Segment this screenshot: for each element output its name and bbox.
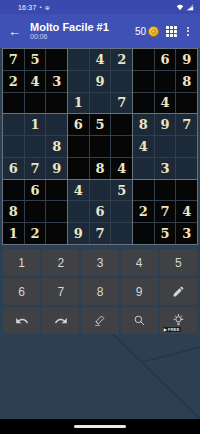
cell-r1c4[interactable] (68, 49, 89, 70)
cell-r9c1[interactable]: 1 (3, 223, 24, 244)
cell-r9c9[interactable]: 3 (176, 223, 197, 244)
cell-r6c3[interactable]: 9 (46, 158, 67, 179)
cell-r6c2[interactable]: 7 (25, 158, 46, 179)
cell-r4c2[interactable]: 1 (25, 114, 46, 135)
key-8[interactable]: 8 (81, 278, 118, 305)
cell-r1c2[interactable]: 5 (25, 49, 46, 70)
block-2-2: 6584 (68, 114, 132, 178)
pencil-button[interactable] (160, 278, 197, 305)
cell-r8c7[interactable]: 2 (133, 201, 154, 222)
cell-r2c3[interactable]: 3 (46, 71, 67, 92)
block-1-1: 75243 (3, 49, 67, 113)
redo-button[interactable] (42, 307, 79, 334)
cell-r4c7[interactable]: 8 (133, 114, 154, 135)
background-pattern (0, 334, 200, 419)
cell-r6c5[interactable]: 8 (90, 158, 111, 179)
cell-r9c8[interactable]: 5 (155, 223, 176, 244)
cell-r3c8[interactable]: 4 (155, 93, 176, 114)
cell-r5c7[interactable]: 4 (133, 136, 154, 157)
cell-r3c2[interactable] (25, 93, 46, 114)
cell-r5c8[interactable] (155, 136, 176, 157)
cell-r3c3[interactable] (46, 93, 67, 114)
cell-r3c4[interactable]: 1 (68, 93, 89, 114)
cell-r2c8[interactable] (155, 71, 176, 92)
sudoku-board: 7524342917698418679658489743681245697274… (2, 48, 198, 245)
cell-r1c8[interactable]: 6 (155, 49, 176, 70)
cell-r7c7[interactable] (133, 180, 154, 201)
key-3[interactable]: 3 (81, 249, 118, 276)
cell-r4c5[interactable]: 5 (90, 114, 111, 135)
cell-r8c1[interactable]: 8 (3, 201, 24, 222)
signal-icon (186, 4, 194, 11)
cell-r7c3[interactable] (46, 180, 67, 201)
block-2-1: 18679 (3, 114, 67, 178)
cell-r8c6[interactable] (111, 201, 132, 222)
cell-r7c9[interactable] (176, 180, 197, 201)
cell-r2c2[interactable]: 4 (25, 71, 46, 92)
undo-button[interactable] (3, 307, 40, 334)
cell-r2c1[interactable]: 2 (3, 71, 24, 92)
cell-r5c9[interactable] (176, 136, 197, 157)
cell-r2c4[interactable] (68, 71, 89, 92)
coin-icon (148, 26, 159, 37)
cell-r4c6[interactable] (111, 114, 132, 135)
page-title: Molto Facile #1 (30, 21, 109, 33)
cell-r7c8[interactable] (155, 180, 176, 201)
undo-icon (15, 314, 29, 328)
key-2[interactable]: 2 (42, 249, 79, 276)
hint-button[interactable]: ▶FREE (160, 307, 197, 334)
cell-r7c2[interactable]: 6 (25, 180, 46, 201)
cell-r5c6[interactable] (111, 136, 132, 157)
cell-r3c5[interactable] (90, 93, 111, 114)
coin-counter[interactable]: 50 (135, 26, 159, 37)
timer: 00:06 (30, 33, 109, 41)
phone-screen: 16:37 • ⊕ ← Molto Facile #1 00:06 50 752… (0, 0, 200, 434)
key-4[interactable]: 4 (121, 249, 158, 276)
cell-r2c6[interactable] (111, 71, 132, 92)
cell-r7c5[interactable] (90, 180, 111, 201)
block-1-2: 42917 (68, 49, 132, 113)
number-pad: 1 2 3 4 5 6 7 8 9 (0, 249, 200, 334)
gesture-nav-bar (0, 419, 200, 434)
cell-r7c4[interactable]: 4 (68, 180, 89, 201)
key-1[interactable]: 1 (3, 249, 40, 276)
cell-r5c2[interactable] (25, 136, 46, 157)
ad-play-icon: ▶ (164, 328, 167, 332)
cell-r6c1[interactable]: 6 (3, 158, 24, 179)
coin-count: 50 (135, 26, 146, 37)
pencil-icon (172, 285, 185, 298)
cell-r1c9[interactable]: 9 (176, 49, 197, 70)
cell-r9c2[interactable]: 2 (25, 223, 46, 244)
cell-r3c9[interactable] (176, 93, 197, 114)
zoom-button[interactable] (121, 307, 158, 334)
lowpoly-lines (0, 334, 200, 419)
key-7[interactable]: 7 (42, 278, 79, 305)
cell-r2c7[interactable] (133, 71, 154, 92)
cell-r8c4[interactable] (68, 201, 89, 222)
cell-r7c1[interactable] (3, 180, 24, 201)
block-3-1: 6812 (3, 180, 67, 244)
hint-free-badge: ▶FREE (163, 327, 181, 332)
cell-r4c1[interactable] (3, 114, 24, 135)
block-3-2: 45697 (68, 180, 132, 244)
overflow-menu-icon[interactable] (184, 25, 192, 38)
back-arrow-icon[interactable]: ← (8, 25, 21, 38)
key-9[interactable]: 9 (121, 278, 158, 305)
redo-icon (54, 314, 68, 328)
block-2-3: 89743 (133, 114, 197, 178)
cell-r3c6[interactable]: 7 (111, 93, 132, 114)
cell-r6c9[interactable] (176, 158, 197, 179)
board-wrap: 7524342917698418679658489743681245697274… (0, 48, 200, 245)
app-bar: ← Molto Facile #1 00:06 50 (0, 14, 200, 48)
cell-r1c3[interactable] (46, 49, 67, 70)
cell-r9c3[interactable] (46, 223, 67, 244)
wifi-icon (176, 4, 184, 11)
block-1-3: 6984 (133, 49, 197, 113)
lightbulb-hint-icon (171, 313, 186, 328)
cell-r9c4[interactable]: 9 (68, 223, 89, 244)
cell-r1c5[interactable]: 4 (90, 49, 111, 70)
cell-r8c2[interactable] (25, 201, 46, 222)
eraser-icon (93, 314, 107, 328)
cell-r6c4[interactable] (68, 158, 89, 179)
cell-r6c7[interactable] (133, 158, 154, 179)
cell-r5c3[interactable]: 8 (46, 136, 67, 157)
cell-r6c8[interactable]: 3 (155, 158, 176, 179)
cell-r2c9[interactable]: 8 (176, 71, 197, 92)
cell-r6c6[interactable]: 4 (111, 158, 132, 179)
cell-r8c5[interactable]: 6 (90, 201, 111, 222)
cell-r1c7[interactable] (133, 49, 154, 70)
status-bar: 16:37 • ⊕ (0, 0, 200, 14)
cell-r8c8[interactable]: 7 (155, 201, 176, 222)
cell-r9c7[interactable] (133, 223, 154, 244)
clock: 16:37 (18, 4, 37, 11)
gesture-pill[interactable] (74, 425, 126, 429)
magnifier-icon (133, 314, 146, 327)
cell-r2c5[interactable]: 9 (90, 71, 111, 92)
cell-r5c1[interactable] (3, 136, 24, 157)
cell-r4c3[interactable] (46, 114, 67, 135)
cell-r4c9[interactable]: 7 (176, 114, 197, 135)
cell-r5c5[interactable] (90, 136, 111, 157)
puzzle-grid-selector-icon[interactable] (166, 26, 177, 37)
key-6[interactable]: 6 (3, 278, 40, 305)
hint-free-label: FREE (168, 327, 179, 332)
cell-r9c5[interactable]: 7 (90, 223, 111, 244)
cell-r7c6[interactable]: 5 (111, 180, 132, 201)
cell-r4c4[interactable]: 6 (68, 114, 89, 135)
cell-r3c1[interactable] (3, 93, 24, 114)
data-saver-icon: ⊕ (45, 4, 50, 11)
notification-dot-icon: • (40, 4, 42, 10)
cell-r8c9[interactable]: 4 (176, 201, 197, 222)
key-5[interactable]: 5 (160, 249, 197, 276)
cell-r3c7[interactable] (133, 93, 154, 114)
cell-r9c6[interactable] (111, 223, 132, 244)
cell-r4c8[interactable]: 9 (155, 114, 176, 135)
cell-r1c1[interactable]: 7 (3, 49, 24, 70)
eraser-button[interactable] (81, 307, 118, 334)
cell-r5c4[interactable] (68, 136, 89, 157)
block-3-3: 27453 (133, 180, 197, 244)
cell-r1c6[interactable]: 2 (111, 49, 132, 70)
cell-r8c3[interactable] (46, 201, 67, 222)
